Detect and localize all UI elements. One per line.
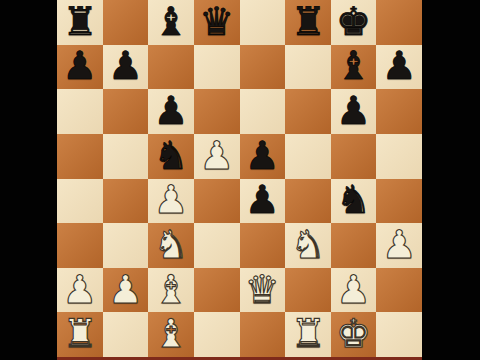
square-e7[interactable]: [240, 45, 286, 90]
white-rook-f1: ♜: [290, 314, 325, 353]
black-king-g8: ♚: [336, 2, 371, 41]
letterbox-right-bar: [422, 0, 480, 360]
square-h2[interactable]: [376, 268, 422, 313]
black-knight-c5: ♞: [154, 136, 189, 175]
black-rook-a8: ♜: [62, 2, 97, 41]
black-rook-f8: ♜: [290, 2, 325, 41]
square-f2[interactable]: [285, 268, 331, 313]
square-b3[interactable]: [103, 223, 149, 268]
square-h4[interactable]: [376, 179, 422, 224]
square-h8[interactable]: [376, 0, 422, 45]
black-pawn-g6: ♟: [336, 91, 371, 130]
square-g8[interactable]: ♚: [331, 0, 377, 45]
square-a8[interactable]: ♜: [57, 0, 103, 45]
square-e2[interactable]: ♛: [240, 268, 286, 313]
square-f3[interactable]: ♞: [285, 223, 331, 268]
square-e8[interactable]: [240, 0, 286, 45]
black-pawn-e4: ♟: [245, 180, 280, 219]
square-h5[interactable]: [376, 134, 422, 179]
square-b7[interactable]: ♟: [103, 45, 149, 90]
black-bishop-g7: ♝: [336, 46, 371, 85]
square-f5[interactable]: [285, 134, 331, 179]
square-d6[interactable]: [194, 89, 240, 134]
square-e3[interactable]: [240, 223, 286, 268]
square-d3[interactable]: [194, 223, 240, 268]
black-pawn-e5: ♟: [245, 136, 280, 175]
square-c7[interactable]: [148, 45, 194, 90]
square-e1[interactable]: [240, 312, 286, 357]
square-f7[interactable]: [285, 45, 331, 90]
black-queen-d8: ♛: [199, 2, 234, 41]
square-a1[interactable]: ♜: [57, 312, 103, 357]
square-h3[interactable]: ♟: [376, 223, 422, 268]
white-knight-c3: ♞: [154, 225, 189, 264]
square-f8[interactable]: ♜: [285, 0, 331, 45]
square-e5[interactable]: ♟: [240, 134, 286, 179]
square-h1[interactable]: [376, 312, 422, 357]
square-a2[interactable]: ♟: [57, 268, 103, 313]
square-b1[interactable]: [103, 312, 149, 357]
square-b8[interactable]: [103, 0, 149, 45]
square-c8[interactable]: ♝: [148, 0, 194, 45]
black-knight-g4: ♞: [336, 180, 371, 219]
square-a5[interactable]: [57, 134, 103, 179]
black-bishop-c8: ♝: [154, 2, 189, 41]
square-e4[interactable]: ♟: [240, 179, 286, 224]
white-pawn-b2: ♟: [108, 270, 143, 309]
black-pawn-a7: ♟: [62, 46, 97, 85]
white-knight-f3: ♞: [290, 225, 325, 264]
square-a7[interactable]: ♟: [57, 45, 103, 90]
square-g4[interactable]: ♞: [331, 179, 377, 224]
square-c1[interactable]: ♝: [148, 312, 194, 357]
square-c6[interactable]: ♟: [148, 89, 194, 134]
square-h7[interactable]: ♟: [376, 45, 422, 90]
square-d2[interactable]: [194, 268, 240, 313]
white-rook-a1: ♜: [62, 314, 97, 353]
square-f6[interactable]: [285, 89, 331, 134]
square-b5[interactable]: [103, 134, 149, 179]
square-c5[interactable]: ♞: [148, 134, 194, 179]
square-e6[interactable]: [240, 89, 286, 134]
chessboard-area: ♜♝♛♜♚♟♟♝♟♟♟♞♟♟♟♟♞♞♞♟♟♟♝♛♟♜♝♜♚: [57, 0, 422, 360]
square-a4[interactable]: [57, 179, 103, 224]
black-pawn-b7: ♟: [108, 46, 143, 85]
square-g2[interactable]: ♟: [331, 268, 377, 313]
square-c3[interactable]: ♞: [148, 223, 194, 268]
square-c2[interactable]: ♝: [148, 268, 194, 313]
square-d4[interactable]: [194, 179, 240, 224]
letterbox-left-bar: [0, 0, 57, 360]
square-h6[interactable]: [376, 89, 422, 134]
square-g5[interactable]: [331, 134, 377, 179]
square-a3[interactable]: [57, 223, 103, 268]
square-b2[interactable]: ♟: [103, 268, 149, 313]
black-pawn-h7: ♟: [382, 46, 417, 85]
white-bishop-c1: ♝: [154, 314, 189, 353]
square-b4[interactable]: [103, 179, 149, 224]
video-frame: ♜♝♛♜♚♟♟♝♟♟♟♞♟♟♟♟♞♞♞♟♟♟♝♛♟♜♝♜♚: [0, 0, 480, 360]
square-d5[interactable]: ♟: [194, 134, 240, 179]
white-pawn-a2: ♟: [62, 270, 97, 309]
square-g1[interactable]: ♚: [331, 312, 377, 357]
square-d1[interactable]: [194, 312, 240, 357]
white-queen-e2: ♛: [245, 270, 280, 309]
white-king-g1: ♚: [336, 314, 371, 353]
black-pawn-c6: ♟: [154, 91, 189, 130]
square-g6[interactable]: ♟: [331, 89, 377, 134]
white-bishop-c2: ♝: [154, 270, 189, 309]
white-pawn-g2: ♟: [336, 270, 371, 309]
square-d8[interactable]: ♛: [194, 0, 240, 45]
square-a6[interactable]: [57, 89, 103, 134]
square-c4[interactable]: ♟: [148, 179, 194, 224]
white-pawn-d5: ♟: [199, 136, 234, 175]
chessboard: ♜♝♛♜♚♟♟♝♟♟♟♞♟♟♟♟♞♞♞♟♟♟♝♛♟♜♝♜♚: [57, 0, 422, 357]
square-g3[interactable]: [331, 223, 377, 268]
square-f4[interactable]: [285, 179, 331, 224]
square-d7[interactable]: [194, 45, 240, 90]
white-pawn-h3: ♟: [382, 225, 417, 264]
white-pawn-c4: ♟: [154, 180, 189, 219]
square-f1[interactable]: ♜: [285, 312, 331, 357]
square-g7[interactable]: ♝: [331, 45, 377, 90]
square-b6[interactable]: [103, 89, 149, 134]
